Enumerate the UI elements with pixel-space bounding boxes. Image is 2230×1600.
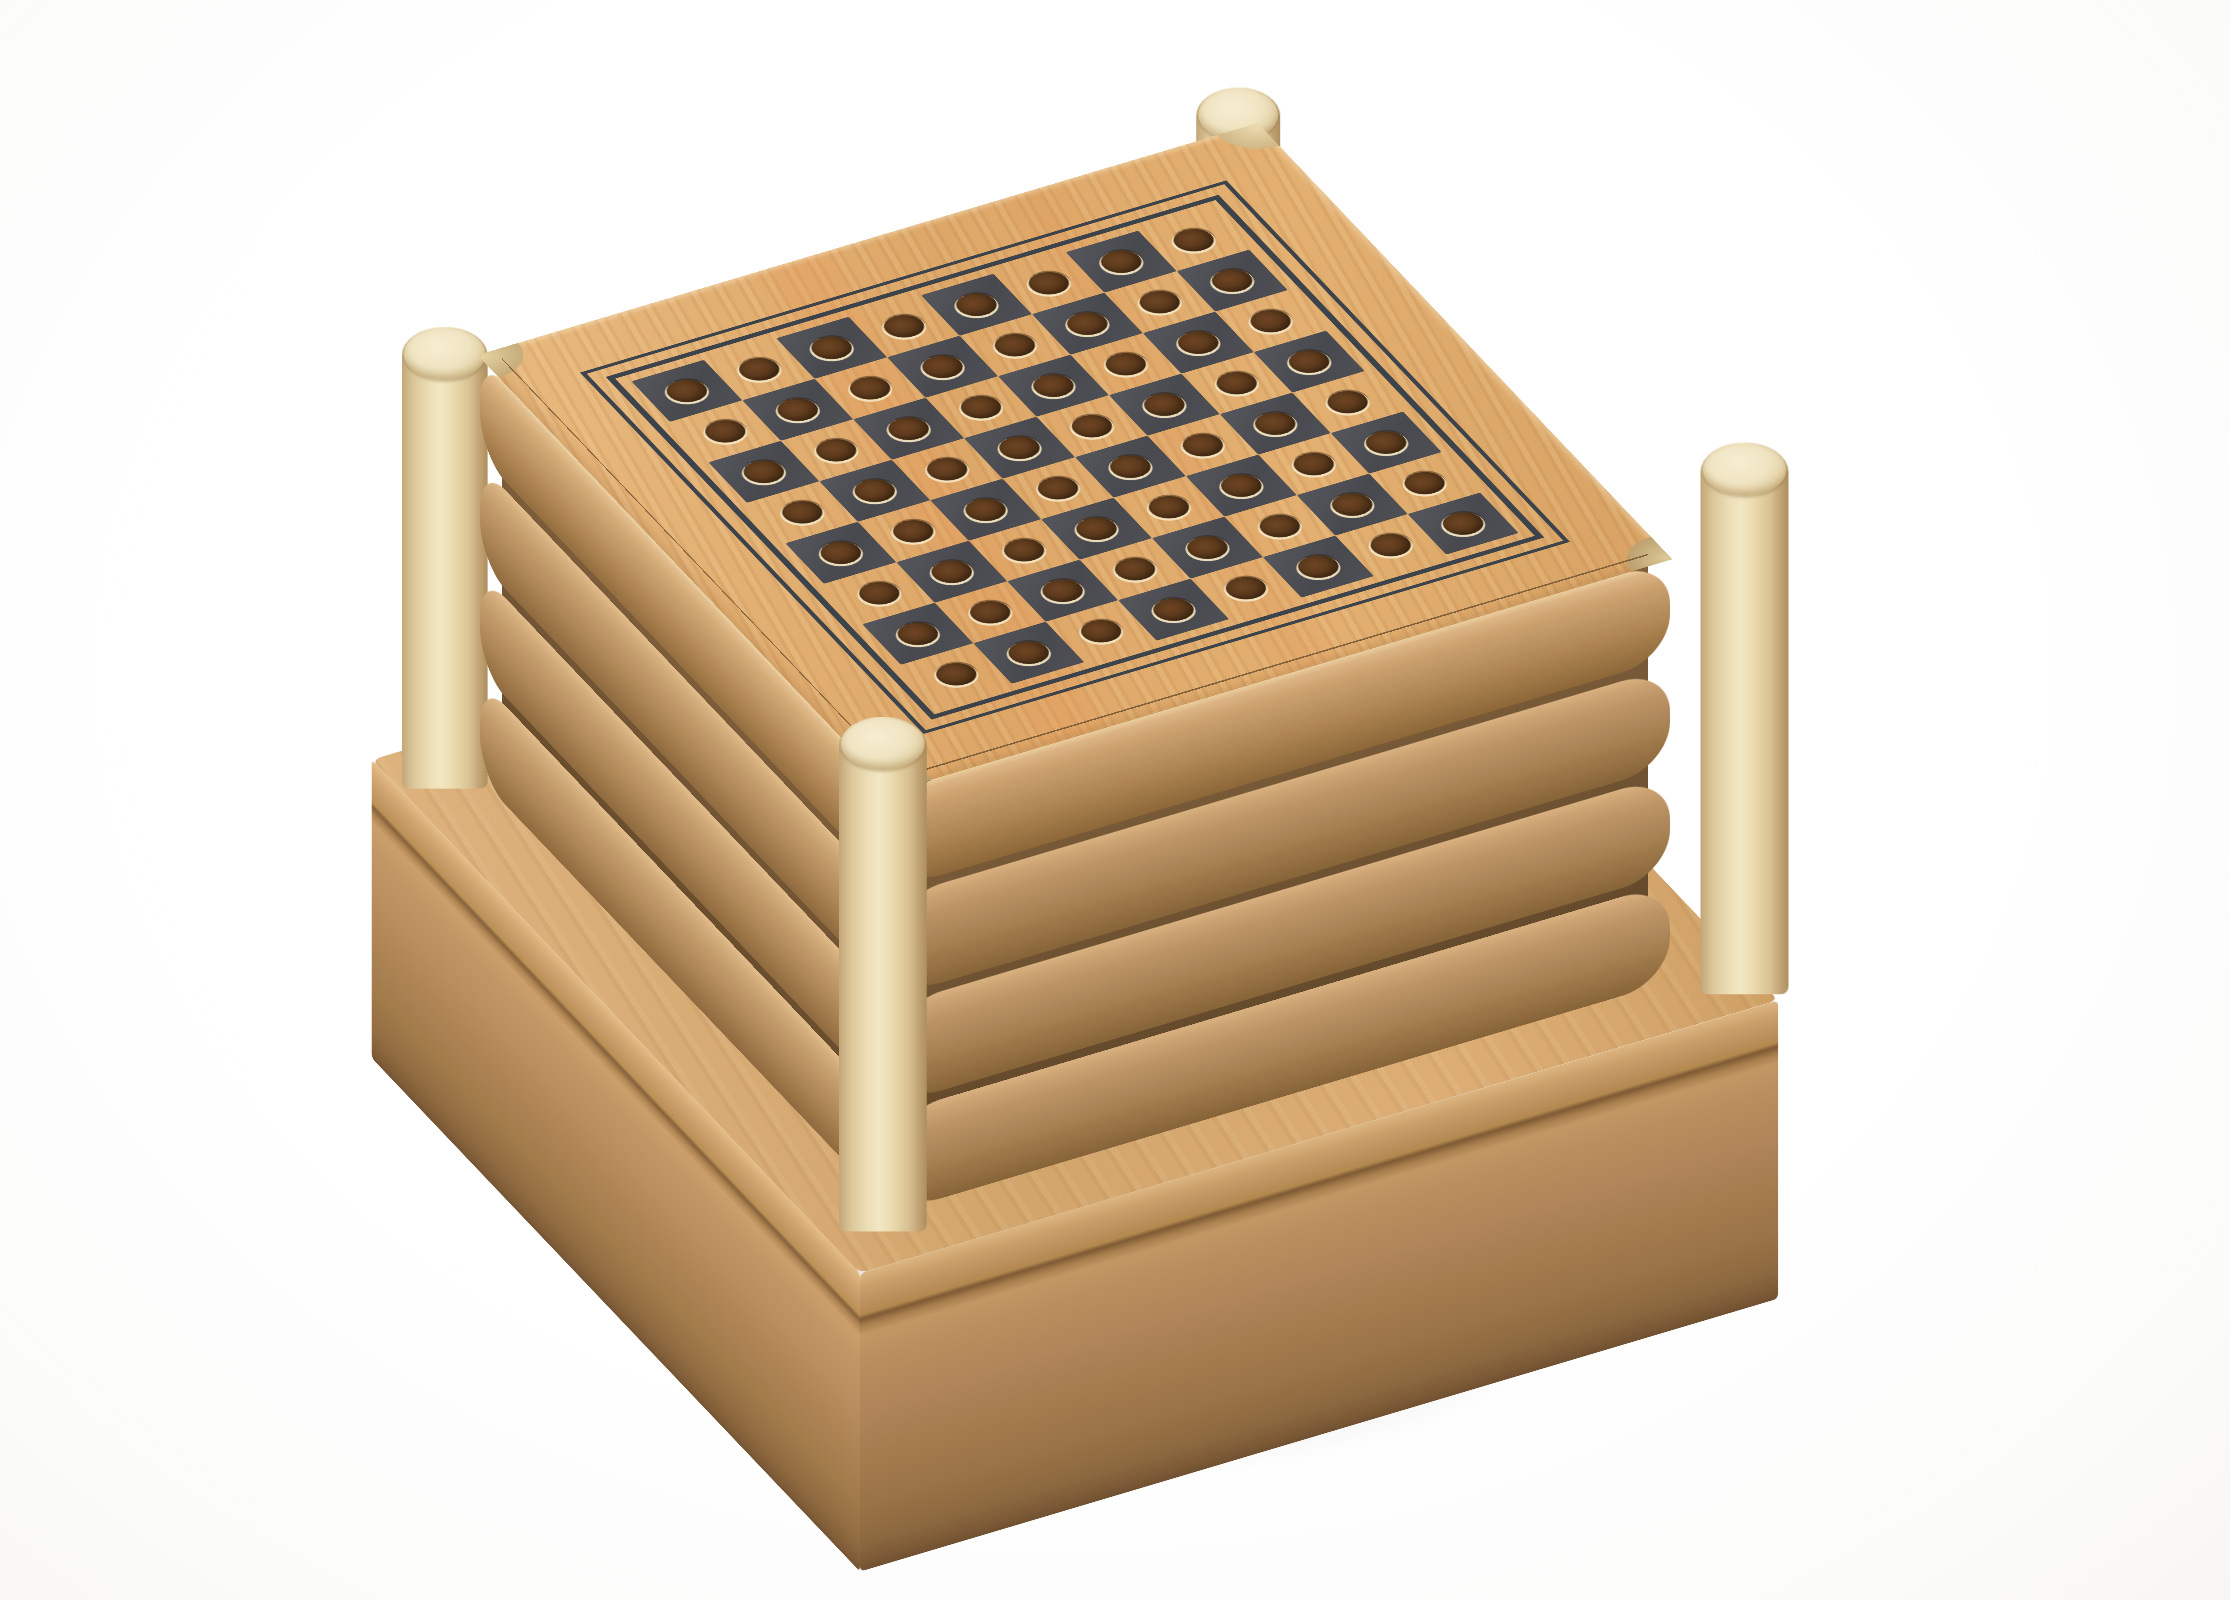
peg-hole	[1108, 554, 1162, 584]
peg-hole	[920, 454, 974, 484]
peg-hole	[1060, 309, 1114, 339]
peg-hole	[1205, 266, 1259, 296]
corner-peg-front	[839, 717, 927, 1232]
peg-hole	[1031, 473, 1085, 503]
peg-hole	[1214, 471, 1268, 501]
peg-hole	[1137, 390, 1191, 420]
peg-hole	[877, 311, 931, 341]
peg-hole	[886, 516, 940, 546]
peg-hole	[1026, 371, 1080, 401]
peg-hole	[882, 414, 936, 444]
peg-hole	[1364, 530, 1418, 560]
peg-hole	[1282, 346, 1336, 376]
peg-hole	[954, 392, 1008, 422]
peg-hole	[1133, 287, 1187, 317]
peg-hole	[848, 476, 902, 506]
peg-hole	[805, 333, 859, 363]
peg-top-cap	[841, 718, 925, 770]
peg-hole	[988, 330, 1042, 360]
peg-hole	[1022, 268, 1076, 298]
peg-hole	[771, 395, 825, 425]
peg-hole	[1074, 616, 1128, 646]
peg-hole	[1291, 551, 1345, 581]
product-photo-stage: Overhead product photo of a wooden trave…	[0, 0, 2230, 1600]
peg-hole	[1065, 411, 1119, 441]
peg-top-cap	[404, 328, 486, 380]
peg-hole	[1244, 306, 1298, 336]
peg-hole	[1248, 408, 1302, 438]
peg-hole	[1142, 492, 1196, 522]
peg-hole	[1167, 225, 1221, 255]
peg-hole	[959, 495, 1013, 525]
peg-hole	[916, 352, 970, 382]
peg-hole	[852, 578, 906, 608]
peg-hole	[1398, 468, 1452, 498]
peg-hole	[1325, 489, 1379, 519]
peg-hole	[925, 557, 979, 587]
peg-hole	[1287, 449, 1341, 479]
peg-hole	[1436, 508, 1490, 538]
peg-hole	[1321, 387, 1375, 417]
peg-hole	[1210, 368, 1264, 398]
peg-hole	[1180, 533, 1234, 563]
corner-peg-left	[402, 327, 488, 789]
peg-hole	[963, 597, 1017, 627]
peg-hole	[1253, 511, 1307, 541]
peg-hole	[698, 416, 752, 446]
peg-hole	[929, 659, 983, 689]
peg-hole	[660, 376, 714, 406]
corner-peg-right	[1700, 442, 1788, 994]
peg-hole	[775, 497, 829, 527]
peg-hole	[1176, 430, 1230, 460]
peg-top-cap	[1702, 443, 1786, 495]
peg-hole	[1094, 247, 1148, 277]
peg-hole	[1036, 576, 1090, 606]
peg-hole	[1359, 427, 1413, 457]
peg-hole	[997, 535, 1051, 565]
peg-hole	[993, 433, 1047, 463]
peg-hole	[1171, 328, 1225, 358]
peg-hole	[1002, 638, 1056, 668]
peg-hole	[814, 538, 868, 568]
peg-hole	[1103, 452, 1157, 482]
peg-hole	[1069, 514, 1123, 544]
peg-hole	[891, 619, 945, 649]
peg-hole	[843, 373, 897, 403]
peg-hole	[949, 290, 1003, 320]
peg-hole	[1099, 349, 1153, 379]
peg-hole	[809, 435, 863, 465]
peg-hole	[1146, 595, 1200, 625]
peg-hole	[1219, 573, 1273, 603]
peg-hole	[732, 354, 786, 384]
peg-hole	[737, 457, 791, 487]
